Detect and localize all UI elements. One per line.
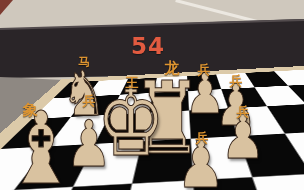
board-square xyxy=(149,91,188,113)
board-square xyxy=(143,111,190,141)
board-square xyxy=(251,174,304,190)
board-square xyxy=(133,138,192,183)
episode-counter: 54 xyxy=(108,33,188,59)
board-anchor xyxy=(62,66,304,190)
scene: ♞♟♟♜♚♟♟♝♟ 马兵兵龙王兵兵象兵 54 xyxy=(0,0,304,190)
wall-corner-stripe xyxy=(0,0,20,20)
